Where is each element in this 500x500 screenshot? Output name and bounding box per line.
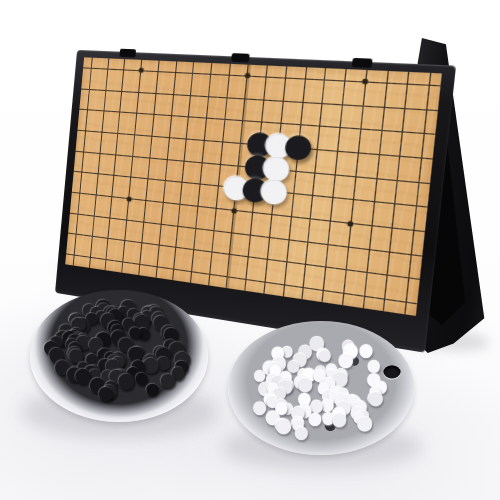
board-intersection bbox=[278, 227, 300, 252]
board-intersection bbox=[98, 58, 116, 80]
board-intersection bbox=[273, 89, 295, 113]
board-intersection bbox=[254, 270, 275, 295]
board-intersection bbox=[340, 211, 363, 237]
board-intersection bbox=[105, 164, 123, 187]
board-intersection bbox=[331, 92, 354, 117]
board-intersection bbox=[212, 130, 232, 154]
star-point bbox=[362, 79, 369, 85]
board-intersection bbox=[324, 162, 347, 187]
board-intersection bbox=[257, 247, 278, 272]
board-intersection bbox=[315, 255, 337, 281]
hinge-tab bbox=[119, 49, 136, 58]
board-intersection bbox=[115, 59, 134, 81]
board-intersection bbox=[202, 240, 222, 264]
board-intersection bbox=[149, 234, 168, 258]
board-intersection bbox=[85, 204, 103, 227]
board-intersection bbox=[164, 257, 184, 281]
board-intersection bbox=[319, 208, 342, 233]
board-intersection bbox=[161, 104, 180, 127]
bowl-stone-white: ● bbox=[294, 423, 309, 440]
board-intersection bbox=[194, 129, 214, 152]
board-intersection bbox=[322, 185, 345, 210]
board-intersection bbox=[170, 193, 190, 217]
board-intersection bbox=[115, 229, 134, 252]
board-intersection bbox=[130, 253, 149, 277]
board-intersection bbox=[144, 103, 163, 126]
board-intersection bbox=[93, 121, 111, 143]
board-intersection bbox=[83, 225, 101, 248]
board-intersection bbox=[327, 139, 350, 164]
board-intersection bbox=[367, 142, 390, 167]
bowl-stone-black: ● bbox=[146, 381, 160, 397]
board-intersection bbox=[153, 191, 172, 214]
board-intersection bbox=[273, 272, 295, 297]
board-intersection bbox=[159, 126, 178, 149]
board-intersection bbox=[89, 163, 107, 186]
board-intersection bbox=[295, 252, 317, 278]
board-intersection bbox=[393, 95, 417, 120]
board-intersection bbox=[391, 119, 415, 145]
board-intersection bbox=[138, 168, 157, 191]
board-intersection bbox=[332, 280, 355, 306]
board-intersection bbox=[129, 81, 148, 103]
board-intersection bbox=[396, 71, 420, 96]
bowl-stone-black: ● bbox=[98, 383, 114, 402]
board-intersection bbox=[204, 218, 224, 242]
board-intersection bbox=[329, 115, 352, 140]
board-intersection bbox=[402, 217, 426, 243]
board-intersection bbox=[183, 62, 203, 85]
board-intersection bbox=[410, 145, 434, 171]
board-intersection bbox=[214, 108, 234, 132]
board-intersection bbox=[311, 91, 333, 115]
board-intersection bbox=[334, 69, 357, 94]
board-intersection bbox=[168, 214, 188, 238]
board-intersection bbox=[293, 275, 315, 301]
board-intersection bbox=[107, 143, 126, 166]
bowl-stone-white: ● bbox=[308, 410, 322, 427]
board-intersection bbox=[94, 100, 112, 122]
board-intersection bbox=[148, 60, 167, 82]
board-intersection bbox=[360, 213, 383, 239]
board-intersection bbox=[394, 289, 418, 316]
board-intersection bbox=[373, 286, 397, 313]
bowl-stone-white: ● bbox=[331, 410, 347, 428]
board-intersection bbox=[378, 239, 402, 265]
board-intersection bbox=[196, 107, 216, 130]
bowl-stone-black: ● bbox=[160, 370, 176, 389]
bowl-stone-white: ● bbox=[356, 413, 373, 432]
board-intersection bbox=[276, 250, 298, 275]
board-intersection bbox=[358, 236, 381, 262]
board-intersection bbox=[201, 63, 221, 86]
board-intersection bbox=[177, 127, 197, 150]
board-intersection bbox=[417, 72, 441, 97]
board-intersection bbox=[362, 189, 385, 215]
board-intersection bbox=[238, 245, 259, 270]
board-intersection bbox=[113, 80, 132, 102]
board-intersection bbox=[344, 164, 367, 189]
board-intersection bbox=[312, 278, 334, 304]
board-intersection bbox=[415, 97, 439, 123]
board-intersection bbox=[136, 189, 155, 212]
board-intersection bbox=[219, 63, 240, 86]
board-face: ●●●●●●●● bbox=[65, 57, 442, 316]
board-intersection bbox=[217, 86, 238, 109]
board-intersection bbox=[132, 231, 151, 255]
board-intersection bbox=[335, 257, 358, 283]
board-intersection bbox=[140, 146, 159, 169]
board-intersection bbox=[347, 140, 370, 165]
board-intersection bbox=[121, 166, 140, 189]
board-intersection bbox=[127, 102, 146, 125]
board-intersection bbox=[111, 101, 130, 123]
board-intersection bbox=[165, 61, 185, 84]
hinge-tab bbox=[352, 58, 373, 68]
board-intersection bbox=[163, 83, 183, 106]
board-intersection bbox=[151, 212, 170, 236]
board-intersection bbox=[114, 250, 133, 273]
board-intersection bbox=[182, 260, 202, 284]
board-intersection bbox=[172, 171, 192, 195]
hinge-tab bbox=[231, 53, 250, 62]
board-intersection bbox=[81, 246, 99, 269]
board-intersection bbox=[184, 238, 204, 262]
board-intersection bbox=[99, 227, 117, 250]
board-intersection bbox=[412, 121, 436, 147]
board-intersection bbox=[292, 90, 314, 114]
board-intersection bbox=[407, 169, 431, 195]
board-intersection bbox=[117, 208, 136, 231]
board-intersection bbox=[236, 267, 257, 292]
board-intersection bbox=[386, 167, 410, 193]
board-intersection bbox=[147, 255, 166, 279]
board-intersection bbox=[91, 142, 109, 164]
board-intersection bbox=[354, 70, 377, 95]
board-intersection bbox=[383, 191, 407, 217]
bowl-stone-black: ● bbox=[117, 369, 135, 390]
board-intersection bbox=[302, 183, 324, 208]
board-intersection bbox=[192, 151, 212, 175]
board-intersection bbox=[134, 210, 153, 233]
board-intersection bbox=[399, 241, 423, 268]
board-intersection bbox=[199, 262, 219, 287]
board-intersection bbox=[337, 234, 360, 260]
board-intersection bbox=[97, 248, 115, 271]
board-intersection bbox=[240, 223, 261, 248]
star-point bbox=[138, 68, 144, 73]
board-intersection bbox=[103, 185, 121, 208]
board-intersection bbox=[142, 125, 161, 148]
board-intersection bbox=[119, 187, 138, 210]
board-intersection bbox=[96, 79, 114, 101]
board-intersection bbox=[381, 215, 405, 241]
board-intersection bbox=[181, 84, 201, 107]
board-intersection bbox=[375, 70, 399, 95]
board-intersection bbox=[297, 229, 319, 254]
product-photo: ●●●●●●●● ●●●●●●●●●●●●●●●●●●●●●●●●●●●●●●●… bbox=[0, 0, 500, 500]
board-grid: ●●●●●●●● bbox=[65, 57, 442, 316]
board-intersection bbox=[388, 143, 412, 169]
board-intersection bbox=[342, 187, 365, 213]
board-intersection bbox=[87, 184, 105, 207]
board-intersection bbox=[397, 265, 421, 292]
board-intersection bbox=[314, 68, 336, 92]
board-intersection bbox=[300, 206, 322, 231]
star-point bbox=[126, 196, 131, 202]
board-intersection bbox=[376, 262, 400, 289]
bowl-stone-white: ● bbox=[368, 389, 384, 407]
board-intersection bbox=[157, 148, 176, 171]
board-intersection bbox=[370, 118, 394, 143]
board-intersection bbox=[353, 283, 376, 309]
board-intersection bbox=[256, 65, 277, 89]
board-intersection bbox=[405, 193, 429, 219]
board-intersection bbox=[275, 66, 297, 90]
board-intersection bbox=[317, 232, 339, 258]
board-intersection bbox=[155, 169, 174, 192]
board-intersection bbox=[188, 194, 208, 218]
board-intersection bbox=[166, 236, 186, 260]
plate-hanging-hole bbox=[383, 365, 400, 378]
board-intersection bbox=[199, 85, 219, 108]
black-stone-plate: ●●●●●●●●●●●●●●●●●●●●●●●●●●●●●●●●●●●●●●●●… bbox=[30, 290, 208, 422]
board-intersection bbox=[125, 123, 144, 146]
board-intersection bbox=[186, 216, 206, 240]
board-intersection bbox=[365, 166, 388, 192]
bowl-stone-white: ● bbox=[275, 416, 292, 436]
board-intersection bbox=[175, 149, 195, 172]
white-stone-plate: ●●●●●●●●●●●●●●●●●●●●●●●●●●●●●●●●●●●●●●●●… bbox=[228, 321, 414, 455]
board-intersection: ● bbox=[263, 180, 284, 205]
board-intersection bbox=[109, 122, 128, 145]
board-intersection bbox=[259, 225, 280, 250]
board-intersection bbox=[349, 117, 372, 142]
board-intersection bbox=[179, 106, 199, 129]
board-intersection bbox=[372, 94, 396, 119]
board-intersection bbox=[101, 206, 119, 229]
board-intersection bbox=[131, 59, 150, 81]
board-intersection bbox=[352, 93, 375, 118]
go-stone-white: ● bbox=[258, 173, 290, 208]
board-intersection bbox=[190, 173, 210, 197]
board-intersection bbox=[254, 88, 275, 112]
board-intersection bbox=[294, 67, 316, 91]
board-intersection bbox=[123, 145, 142, 168]
board-intersection bbox=[146, 82, 165, 105]
board-intersection bbox=[355, 260, 378, 286]
star-point bbox=[348, 220, 355, 226]
